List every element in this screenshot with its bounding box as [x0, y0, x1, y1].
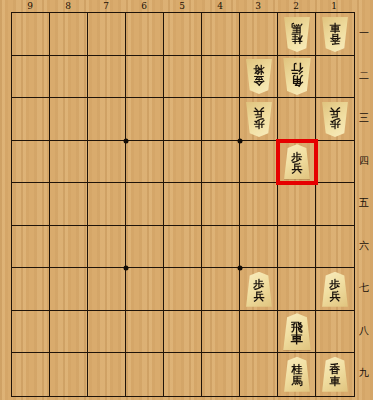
file-labels: 987654321: [11, 0, 353, 12]
board-cell-5二[interactable]: [164, 56, 202, 99]
file-label-6: 6: [125, 0, 163, 12]
shogi-board: 香車桂馬角行金将歩兵歩兵歩兵歩兵歩兵飛車桂馬香車: [11, 12, 355, 397]
rank-label-八: 八: [357, 310, 371, 353]
board-cell-3九[interactable]: [240, 353, 278, 396]
board-cell-6一[interactable]: [126, 13, 164, 56]
board-cell-9三[interactable]: [12, 98, 50, 141]
piece-kanji: 角: [291, 75, 303, 88]
piece-kanji: 馬: [292, 21, 303, 33]
board-cell-8二[interactable]: [50, 56, 88, 99]
piece-kanji: 歩: [254, 118, 265, 130]
piece-kanji: 兵: [292, 163, 303, 175]
board-cell-4三[interactable]: [202, 98, 240, 141]
board-cell-6二[interactable]: [126, 56, 164, 99]
board-cell-8四[interactable]: [50, 141, 88, 184]
board-cell-6四[interactable]: [126, 141, 164, 184]
rank-label-一: 一: [357, 12, 371, 55]
board-cell-9九[interactable]: [12, 353, 50, 396]
board-cell-8七[interactable]: [50, 268, 88, 311]
file-label-9: 9: [11, 0, 49, 12]
piece-kanji: 金: [254, 75, 265, 87]
hoshi-dot: [124, 138, 129, 143]
shogi-app: 987654321 一二三四五六七八九 香車桂馬角行金将歩兵歩兵歩兵歩兵歩兵飛車…: [0, 0, 373, 400]
board-cell-4五[interactable]: [202, 183, 240, 226]
board-cell-7七[interactable]: [88, 268, 126, 311]
file-label-5: 5: [163, 0, 201, 12]
board-cell-9四[interactable]: [12, 141, 50, 184]
board-cell-5四[interactable]: [164, 141, 202, 184]
board-cell-4六[interactable]: [202, 226, 240, 269]
hoshi-dot: [238, 266, 243, 271]
board-cell-5八[interactable]: [164, 311, 202, 354]
board-cell-9一[interactable]: [12, 13, 50, 56]
board-cell-4二[interactable]: [202, 56, 240, 99]
board-cell-5一[interactable]: [164, 13, 202, 56]
board-cell-1六[interactable]: [316, 226, 354, 269]
file-label-1: 1: [315, 0, 353, 12]
board-cell-7八[interactable]: [88, 311, 126, 354]
file-label-4: 4: [201, 0, 239, 12]
rank-label-七: 七: [357, 267, 371, 310]
hoshi-dot: [124, 266, 129, 271]
board-cell-2三[interactable]: [278, 98, 316, 141]
piece-kanji: 兵: [254, 106, 265, 118]
piece-kanji: 桂: [292, 33, 303, 45]
rank-labels: 一二三四五六七八九: [357, 12, 371, 395]
board-cell-7三[interactable]: [88, 98, 126, 141]
rank-label-二: 二: [357, 55, 371, 98]
board-cell-9五[interactable]: [12, 183, 50, 226]
board-cell-4四[interactable]: [202, 141, 240, 184]
rank-label-六: 六: [357, 225, 371, 268]
board-cell-5三[interactable]: [164, 98, 202, 141]
board-cell-5六[interactable]: [164, 226, 202, 269]
board-cell-7四[interactable]: [88, 141, 126, 184]
piece-kanji: 兵: [330, 291, 341, 303]
board-cell-6八[interactable]: [126, 311, 164, 354]
board-cell-7六[interactable]: [88, 226, 126, 269]
board-cell-1四[interactable]: [316, 141, 354, 184]
board-cell-7一[interactable]: [88, 13, 126, 56]
rank-label-三: 三: [357, 97, 371, 140]
board-cell-3六[interactable]: [240, 226, 278, 269]
board-cell-1二[interactable]: [316, 56, 354, 99]
board-cell-2七[interactable]: [278, 268, 316, 311]
board-cell-6六[interactable]: [126, 226, 164, 269]
board-cell-5五[interactable]: [164, 183, 202, 226]
board-cell-6九[interactable]: [126, 353, 164, 396]
piece-kanji: 車: [330, 376, 341, 388]
hoshi-dot: [238, 138, 243, 143]
board-cell-1五[interactable]: [316, 183, 354, 226]
board-cell-9六[interactable]: [12, 226, 50, 269]
board-cell-4七[interactable]: [202, 268, 240, 311]
rank-label-五: 五: [357, 182, 371, 225]
piece-kanji: 歩: [330, 118, 341, 130]
board-cell-2五[interactable]: [278, 183, 316, 226]
board-cell-8九[interactable]: [50, 353, 88, 396]
board-cell-7五[interactable]: [88, 183, 126, 226]
rank-label-四: 四: [357, 140, 371, 183]
board-cell-6三[interactable]: [126, 98, 164, 141]
board-cell-4一[interactable]: [202, 13, 240, 56]
piece-kanji: 香: [330, 33, 341, 45]
piece-kanji: 車: [330, 21, 341, 33]
board-cell-8六[interactable]: [50, 226, 88, 269]
board-cell-6五[interactable]: [126, 183, 164, 226]
board-cell-3八[interactable]: [240, 311, 278, 354]
piece-kanji: 車: [291, 333, 303, 346]
board-cell-7二[interactable]: [88, 56, 126, 99]
board-cell-8一[interactable]: [50, 13, 88, 56]
file-label-7: 7: [87, 0, 125, 12]
rank-label-九: 九: [357, 352, 371, 395]
board-cell-4九[interactable]: [202, 353, 240, 396]
board-cell-7九[interactable]: [88, 353, 126, 396]
piece-kanji: 兵: [254, 291, 265, 303]
piece-kanji: 馬: [292, 376, 303, 388]
board-cell-1八[interactable]: [316, 311, 354, 354]
piece-kanji: 将: [254, 64, 265, 76]
board-cell-3一[interactable]: [240, 13, 278, 56]
board-cell-9七[interactable]: [12, 268, 50, 311]
board-cell-8五[interactable]: [50, 183, 88, 226]
board-cell-6七[interactable]: [126, 268, 164, 311]
piece-kanji: 兵: [330, 106, 341, 118]
board-cell-2六[interactable]: [278, 226, 316, 269]
board-cell-8三[interactable]: [50, 98, 88, 141]
board-cell-3四[interactable]: [240, 141, 278, 184]
file-label-3: 3: [239, 0, 277, 12]
file-label-2: 2: [277, 0, 315, 12]
board-cell-5七[interactable]: [164, 268, 202, 311]
board-cell-8八[interactable]: [50, 311, 88, 354]
board-cell-3五[interactable]: [240, 183, 278, 226]
board-cell-9二[interactable]: [12, 56, 50, 99]
file-label-8: 8: [49, 0, 87, 12]
piece-kanji: 行: [291, 63, 303, 76]
board-cell-5九[interactable]: [164, 353, 202, 396]
board-cell-9八[interactable]: [12, 311, 50, 354]
board-cell-4八[interactable]: [202, 311, 240, 354]
